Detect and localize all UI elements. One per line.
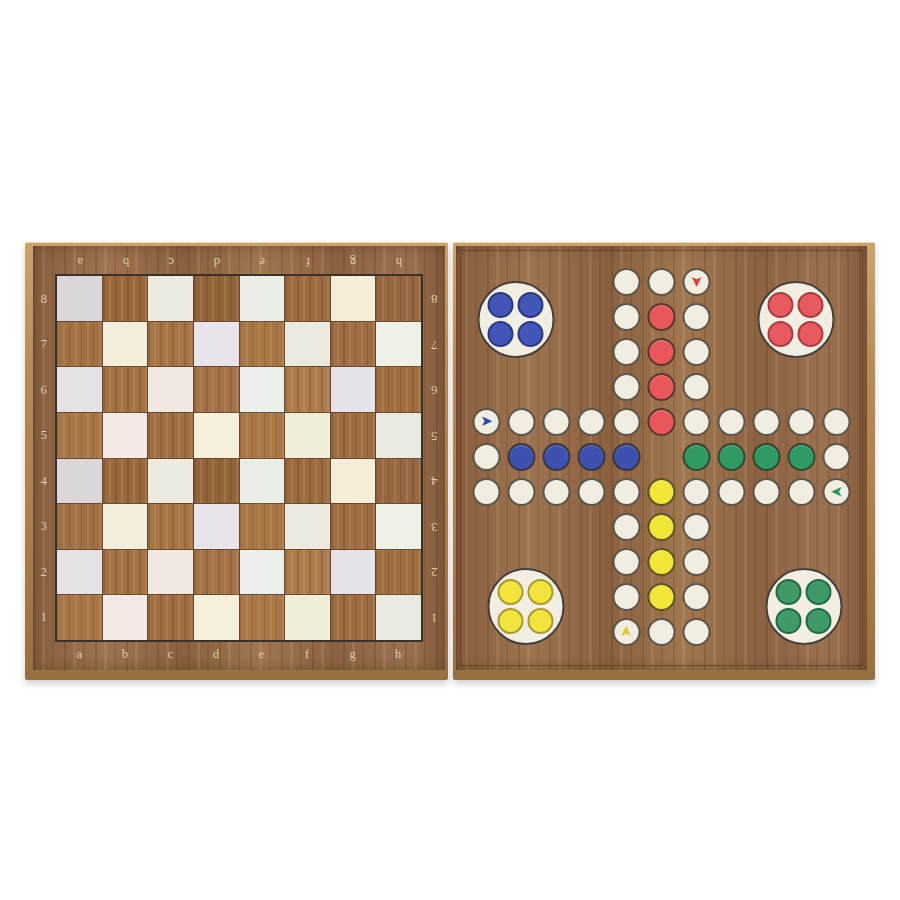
coord-label-f: f <box>285 249 331 276</box>
coord-label-6: 6 <box>31 367 57 413</box>
ludo-disc[interactable] <box>683 338 711 366</box>
coord-label-7: 7 <box>421 322 447 368</box>
ludo-cell-r11c5[interactable]: ➤ <box>609 614 644 649</box>
chess-square-h5[interactable] <box>376 413 421 458</box>
chess-coords-right: 87654321 <box>421 276 447 640</box>
chess-square-c1[interactable] <box>148 595 193 640</box>
chess-square-e4[interactable] <box>240 459 285 504</box>
ludo-cell-r7c5[interactable] <box>609 474 644 509</box>
coord-label-8: 8 <box>421 276 447 322</box>
ludo-cell-r5c3[interactable] <box>539 404 574 439</box>
ludo-disc[interactable] <box>648 618 676 646</box>
blue-token[interactable] <box>488 292 514 318</box>
ludo-disc[interactable] <box>648 408 676 436</box>
chess-square-c6[interactable] <box>148 367 193 412</box>
ludo-cell-r4c4 <box>574 369 609 404</box>
chess-square-e8[interactable] <box>240 276 285 321</box>
coord-label-3: 3 <box>31 504 57 550</box>
ludo-cell-r11c4 <box>574 614 609 649</box>
ludo-cell-r5c6[interactable] <box>644 404 679 439</box>
ludo-cell-r1c5[interactable] <box>609 264 644 299</box>
chess-square-d3[interactable] <box>194 504 239 549</box>
ludo-cell-r5c9[interactable] <box>749 404 784 439</box>
chess-square-g3[interactable] <box>331 504 376 549</box>
chess-grid <box>55 274 423 642</box>
chess-square-b8[interactable] <box>103 276 148 321</box>
coord-label-3: 3 <box>421 504 447 550</box>
ludo-cell-r9c8 <box>714 544 749 579</box>
ludo-start-cell[interactable]: ➤ <box>683 268 711 296</box>
blue-token[interactable] <box>488 321 514 347</box>
ludo-disc[interactable] <box>648 478 676 506</box>
ludo-cell-r7c1[interactable] <box>469 474 504 509</box>
ludo-cell-r6c4[interactable] <box>574 439 609 474</box>
chess-square-e1[interactable] <box>240 595 285 640</box>
coord-label-4: 4 <box>421 458 447 504</box>
ludo-disc[interactable] <box>613 583 641 611</box>
ludo-cell-r10c4 <box>574 579 609 614</box>
ludo-cell-r4c9 <box>749 369 784 404</box>
chess-square-e5[interactable] <box>240 413 285 458</box>
ludo-cell-r9c7[interactable] <box>679 544 714 579</box>
chess-square-f5[interactable] <box>285 413 330 458</box>
ludo-disc[interactable] <box>753 478 781 506</box>
ludo-start-cell[interactable]: ➤ <box>473 408 501 436</box>
ludo-board: ➤➤➤➤ <box>469 264 854 649</box>
coord-label-2: 2 <box>421 549 447 595</box>
chess-square-c7[interactable] <box>148 322 193 367</box>
chess-square-h4[interactable] <box>376 459 421 504</box>
red-token[interactable] <box>797 321 823 347</box>
ludo-cell-r8c2 <box>504 509 539 544</box>
green-start-arrow-icon: ➤ <box>830 484 843 499</box>
chess-square-b4[interactable] <box>103 459 148 504</box>
ludo-cell-r11c6[interactable] <box>644 614 679 649</box>
chess-square-b3[interactable] <box>103 504 148 549</box>
ludo-disc[interactable] <box>683 583 711 611</box>
ludo-disc[interactable] <box>613 443 641 471</box>
ludo-cell-r10c6[interactable] <box>644 579 679 614</box>
ludo-cell-r4c8 <box>714 369 749 404</box>
chess-square-c8[interactable] <box>148 276 193 321</box>
ludo-cell-r7c7[interactable] <box>679 474 714 509</box>
ludo-cell-r7c2[interactable] <box>504 474 539 509</box>
ludo-disc[interactable] <box>648 513 676 541</box>
green-token[interactable] <box>776 579 802 605</box>
chess-square-g1[interactable] <box>331 595 376 640</box>
coord-label-a: a <box>57 249 103 276</box>
chess-coords-bottom: abcdefgh <box>57 640 421 667</box>
chess-coords-top: abcdefgh <box>57 249 421 276</box>
ludo-disc[interactable] <box>788 408 816 436</box>
chess-square-a1[interactable] <box>57 595 102 640</box>
coord-label-b: b <box>103 640 149 667</box>
chess-square-h1[interactable] <box>376 595 421 640</box>
ludo-cell-r8c5[interactable] <box>609 509 644 544</box>
chess-square-b5[interactable] <box>103 413 148 458</box>
coord-label-e: e <box>239 249 285 276</box>
blue-home-base[interactable] <box>477 281 554 358</box>
coord-label-4: 4 <box>31 458 57 504</box>
chess-square-a7[interactable] <box>57 322 102 367</box>
ludo-cell-r7c3[interactable] <box>539 474 574 509</box>
ludo-cell-r8c4 <box>574 509 609 544</box>
ludo-cell-r1c7[interactable]: ➤ <box>679 264 714 299</box>
ludo-cell-r6c5[interactable] <box>609 439 644 474</box>
chess-square-d2[interactable] <box>194 550 239 595</box>
yellow-start-arrow-icon: ➤ <box>619 625 634 638</box>
ludo-cell-r2c6[interactable] <box>644 299 679 334</box>
ludo-cell-r4c10 <box>784 369 819 404</box>
ludo-disc[interactable] <box>753 443 781 471</box>
yellow-token[interactable] <box>498 608 524 634</box>
ludo-disc[interactable] <box>648 548 676 576</box>
chess-square-g7[interactable] <box>331 322 376 367</box>
chess-square-b7[interactable] <box>103 322 148 367</box>
game-board: abcdefgh abcdefgh 87654321 87654321 ➤➤➤➤ <box>25 242 875 682</box>
coord-label-d: d <box>194 249 240 276</box>
ludo-cell-r7c11[interactable]: ➤ <box>819 474 854 509</box>
chess-square-e3[interactable] <box>240 504 285 549</box>
coord-label-6: 6 <box>421 367 447 413</box>
ludo-cell-r6c8[interactable] <box>714 439 749 474</box>
ludo-cell-r10c7[interactable] <box>679 579 714 614</box>
ludo-board-face: ➤➤➤➤ <box>456 246 867 670</box>
yellow-token[interactable] <box>527 579 553 605</box>
chess-area: abcdefgh abcdefgh 87654321 87654321 <box>57 276 421 640</box>
ludo-cell-r9c9 <box>749 544 784 579</box>
chess-square-a2[interactable] <box>57 550 102 595</box>
chess-square-c4[interactable] <box>148 459 193 504</box>
ludo-disc[interactable] <box>683 618 711 646</box>
ludo-start-cell[interactable]: ➤ <box>613 618 641 646</box>
ludo-disc[interactable] <box>788 443 816 471</box>
ludo-cell-r3c5[interactable] <box>609 334 644 369</box>
coord-label-2: 2 <box>31 549 57 595</box>
ludo-cell-r6c11[interactable] <box>819 439 854 474</box>
chess-square-d4[interactable] <box>194 459 239 504</box>
coord-label-g: g <box>330 640 376 667</box>
ludo-cell-r6c9[interactable] <box>749 439 784 474</box>
ludo-cell-r8c9 <box>749 509 784 544</box>
chess-square-d1[interactable] <box>194 595 239 640</box>
ludo-disc[interactable] <box>718 408 746 436</box>
ludo-cell-r2c5[interactable] <box>609 299 644 334</box>
ludo-cell-r7c8[interactable] <box>714 474 749 509</box>
ludo-cell-r6c7[interactable] <box>679 439 714 474</box>
coord-label-h: h <box>376 640 422 667</box>
red-home-base[interactable] <box>757 281 834 358</box>
coord-label-5: 5 <box>421 413 447 459</box>
ludo-cell-r3c6[interactable] <box>644 334 679 369</box>
ludo-disc[interactable] <box>613 478 641 506</box>
ludo-cell-r5c1[interactable]: ➤ <box>469 404 504 439</box>
chess-square-b2[interactable] <box>103 550 148 595</box>
chess-square-a8[interactable] <box>57 276 102 321</box>
chess-square-h7[interactable] <box>376 322 421 367</box>
ludo-disc[interactable] <box>683 408 711 436</box>
chess-square-d5[interactable] <box>194 413 239 458</box>
chess-square-g6[interactable] <box>331 367 376 412</box>
ludo-disc[interactable] <box>683 478 711 506</box>
green-token[interactable] <box>776 608 802 634</box>
ludo-disc[interactable] <box>648 338 676 366</box>
ludo-cell-r3c8 <box>714 334 749 369</box>
chess-square-g5[interactable] <box>331 413 376 458</box>
red-token[interactable] <box>768 292 794 318</box>
ludo-cell-r2c4 <box>574 299 609 334</box>
ludo-disc[interactable] <box>823 408 851 436</box>
ludo-cell-r7c10[interactable] <box>784 474 819 509</box>
ludo-cell-r6c3[interactable] <box>539 439 574 474</box>
ludo-cell-r3c4 <box>574 334 609 369</box>
chess-square-c3[interactable] <box>148 504 193 549</box>
ludo-disc[interactable] <box>473 443 501 471</box>
red-token[interactable] <box>768 321 794 347</box>
ludo-disc[interactable] <box>788 478 816 506</box>
ludo-cell-r2c7[interactable] <box>679 299 714 334</box>
ludo-cell-r1c8 <box>714 264 749 299</box>
green-token[interactable] <box>805 608 831 634</box>
ludo-cell-r5c2[interactable] <box>504 404 539 439</box>
ludo-cell-r5c5[interactable] <box>609 404 644 439</box>
coord-label-e: e <box>239 640 285 667</box>
chess-square-b1[interactable] <box>103 595 148 640</box>
ludo-cell-r10c8 <box>714 579 749 614</box>
ludo-disc[interactable] <box>613 268 641 296</box>
chess-square-c5[interactable] <box>148 413 193 458</box>
coord-label-c: c <box>148 249 194 276</box>
ludo-disc[interactable] <box>823 443 851 471</box>
blue-start-arrow-icon: ➤ <box>480 414 493 429</box>
coord-label-1: 1 <box>421 595 447 641</box>
ludo-disc[interactable] <box>683 443 711 471</box>
ludo-disc[interactable] <box>508 443 536 471</box>
coord-label-c: c <box>148 640 194 667</box>
ludo-cell-r11c7[interactable] <box>679 614 714 649</box>
ludo-cell-r2c8 <box>714 299 749 334</box>
coord-label-5: 5 <box>31 413 57 459</box>
ludo-cell-r6c1[interactable] <box>469 439 504 474</box>
chess-square-e7[interactable] <box>240 322 285 367</box>
ludo-board-panel: ➤➤➤➤ <box>453 242 875 680</box>
green-home-base[interactable] <box>765 568 842 645</box>
chess-square-e2[interactable] <box>240 550 285 595</box>
ludo-cell-r1c4 <box>574 264 609 299</box>
ludo-disc[interactable] <box>613 548 641 576</box>
ludo-cell-r5c11[interactable] <box>819 404 854 439</box>
ludo-cell-r8c8 <box>714 509 749 544</box>
chess-square-a3[interactable] <box>57 504 102 549</box>
ludo-disc[interactable] <box>648 583 676 611</box>
chess-square-a4[interactable] <box>57 459 102 504</box>
chess-square-b6[interactable] <box>103 367 148 412</box>
ludo-cell-r9c4 <box>574 544 609 579</box>
ludo-disc[interactable] <box>648 373 676 401</box>
ludo-disc[interactable] <box>613 373 641 401</box>
chess-coords-left: 87654321 <box>31 276 57 640</box>
chess-square-h8[interactable] <box>376 276 421 321</box>
ludo-cell-r8c1 <box>469 509 504 544</box>
ludo-disc[interactable] <box>648 303 676 331</box>
ludo-cell-r11c8 <box>714 614 749 649</box>
ludo-disc[interactable] <box>613 408 641 436</box>
chess-square-f4[interactable] <box>285 459 330 504</box>
ludo-disc[interactable] <box>613 513 641 541</box>
ludo-cell-r8c6[interactable] <box>644 509 679 544</box>
ludo-cell-r3c7[interactable] <box>679 334 714 369</box>
red-start-arrow-icon: ➤ <box>689 275 704 288</box>
ludo-cell-r5c8[interactable] <box>714 404 749 439</box>
ludo-disc[interactable] <box>718 478 746 506</box>
ludo-disc[interactable] <box>508 408 536 436</box>
ludo-disc[interactable] <box>613 303 641 331</box>
ludo-cell-r8c11 <box>819 509 854 544</box>
ludo-cell-r4c1 <box>469 369 504 404</box>
blue-token[interactable] <box>517 292 543 318</box>
ludo-disc[interactable] <box>473 478 501 506</box>
ludo-cell-r1c6[interactable] <box>644 264 679 299</box>
ludo-cell-r10c5[interactable] <box>609 579 644 614</box>
coord-label-a: a <box>57 640 103 667</box>
ludo-cell-r8c10 <box>784 509 819 544</box>
ludo-cell-r4c2 <box>504 369 539 404</box>
ludo-start-cell[interactable]: ➤ <box>823 478 851 506</box>
chess-board-face: abcdefgh abcdefgh 87654321 87654321 <box>33 246 445 670</box>
ludo-cell-r5c7[interactable] <box>679 404 714 439</box>
red-token[interactable] <box>797 292 823 318</box>
yellow-home-base[interactable] <box>487 568 564 645</box>
ludo-cell-r9c6[interactable] <box>644 544 679 579</box>
chess-square-c2[interactable] <box>148 550 193 595</box>
ludo-cell-r9c5[interactable] <box>609 544 644 579</box>
ludo-cell-r5c10[interactable] <box>784 404 819 439</box>
blue-token[interactable] <box>517 321 543 347</box>
coord-label-d: d <box>194 640 240 667</box>
ludo-cell-r7c6[interactable] <box>644 474 679 509</box>
ludo-disc[interactable] <box>683 548 711 576</box>
ludo-cell-r9c1 <box>469 544 504 579</box>
chess-square-h3[interactable] <box>376 504 421 549</box>
green-token[interactable] <box>805 579 831 605</box>
ludo-disc[interactable] <box>648 268 676 296</box>
chess-square-f7[interactable] <box>285 322 330 367</box>
ludo-cell-r4c5[interactable] <box>609 369 644 404</box>
chess-square-d7[interactable] <box>194 322 239 367</box>
coord-label-b: b <box>103 249 149 276</box>
chess-board-panel: abcdefgh abcdefgh 87654321 87654321 <box>25 242 448 680</box>
ludo-disc[interactable] <box>543 478 571 506</box>
ludo-disc[interactable] <box>753 408 781 436</box>
ludo-cell-r6c6 <box>644 439 679 474</box>
ludo-disc[interactable] <box>543 408 571 436</box>
chess-square-h2[interactable] <box>376 550 421 595</box>
chess-square-g8[interactable] <box>331 276 376 321</box>
yellow-token[interactable] <box>498 579 524 605</box>
coord-label-h: h <box>376 249 422 276</box>
ludo-cell-r6c10[interactable] <box>784 439 819 474</box>
ludo-disc[interactable] <box>683 303 711 331</box>
ludo-cell-r8c3 <box>539 509 574 544</box>
ludo-disc[interactable] <box>508 478 536 506</box>
ludo-cell-r7c9[interactable] <box>749 474 784 509</box>
ludo-disc[interactable] <box>613 338 641 366</box>
chess-square-g4[interactable] <box>331 459 376 504</box>
ludo-disc[interactable] <box>683 373 711 401</box>
ludo-disc[interactable] <box>543 443 571 471</box>
chess-square-f8[interactable] <box>285 276 330 321</box>
chess-square-g2[interactable] <box>331 550 376 595</box>
chess-square-d6[interactable] <box>194 367 239 412</box>
chess-square-h6[interactable] <box>376 367 421 412</box>
coord-label-f: f <box>285 640 331 667</box>
ludo-cell-r4c7[interactable] <box>679 369 714 404</box>
ludo-cell-r8c7[interactable] <box>679 509 714 544</box>
ludo-cell-r7c4[interactable] <box>574 474 609 509</box>
coord-label-1: 1 <box>31 595 57 641</box>
ludo-cell-r4c6[interactable] <box>644 369 679 404</box>
yellow-token[interactable] <box>527 608 553 634</box>
coord-label-7: 7 <box>31 322 57 368</box>
chess-square-f3[interactable] <box>285 504 330 549</box>
ludo-cell-r4c11 <box>819 369 854 404</box>
ludo-disc[interactable] <box>718 443 746 471</box>
chess-square-f2[interactable] <box>285 550 330 595</box>
ludo-disc[interactable] <box>578 478 606 506</box>
ludo-cell-r6c2[interactable] <box>504 439 539 474</box>
chess-square-f6[interactable] <box>285 367 330 412</box>
coord-label-8: 8 <box>31 276 57 322</box>
ludo-disc[interactable] <box>578 408 606 436</box>
chess-square-e6[interactable] <box>240 367 285 412</box>
chess-square-a5[interactable] <box>57 413 102 458</box>
coord-label-g: g <box>330 249 376 276</box>
ludo-disc[interactable] <box>683 513 711 541</box>
ludo-cell-r5c4[interactable] <box>574 404 609 439</box>
ludo-disc[interactable] <box>578 443 606 471</box>
chess-square-d8[interactable] <box>194 276 239 321</box>
ludo-cell-r4c3 <box>539 369 574 404</box>
chess-square-f1[interactable] <box>285 595 330 640</box>
chess-square-a6[interactable] <box>57 367 102 412</box>
